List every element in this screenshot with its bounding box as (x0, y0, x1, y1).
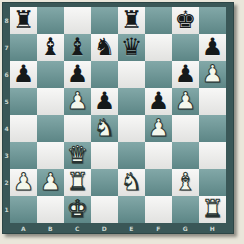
square-f3[interactable] (145, 142, 172, 169)
square-e4[interactable] (118, 115, 145, 142)
square-d5[interactable]: ♟ (91, 88, 118, 115)
piece-black-pawn[interactable]: ♟ (199, 34, 226, 61)
piece-black-bishop[interactable]: ♝ (64, 34, 91, 61)
square-b8[interactable] (37, 7, 64, 34)
square-e8[interactable]: ♜ (118, 7, 145, 34)
square-d6[interactable] (91, 61, 118, 88)
square-a7[interactable] (10, 34, 37, 61)
file-label-h: H (199, 224, 226, 234)
square-h5[interactable] (199, 88, 226, 115)
piece-white-pawn[interactable]: ♟ (10, 169, 37, 196)
file-label-f: F (145, 224, 172, 234)
square-e1[interactable] (118, 196, 145, 223)
square-b5[interactable] (37, 88, 64, 115)
square-g6[interactable]: ♟ (172, 61, 199, 88)
piece-white-rook[interactable]: ♜ (64, 169, 91, 196)
piece-black-rook[interactable]: ♜ (10, 7, 37, 34)
square-d8[interactable] (91, 7, 118, 34)
square-d1[interactable] (91, 196, 118, 223)
file-label-g: G (172, 224, 199, 234)
square-a2[interactable]: ♟ (10, 169, 37, 196)
rank-label-6: 6 (3, 61, 10, 88)
piece-white-pawn[interactable]: ♟ (199, 61, 226, 88)
board-grid: ♜♜♚♝♝♞♛♟♟♟♟♟♟♟♟♟♞♟♛♟♟♜♞♝♚♜ (10, 7, 226, 223)
square-g8[interactable]: ♚ (172, 7, 199, 34)
square-e2[interactable]: ♞ (118, 169, 145, 196)
square-h2[interactable] (199, 169, 226, 196)
square-f4[interactable]: ♟ (145, 115, 172, 142)
rank-label-7: 7 (3, 34, 10, 61)
square-c3[interactable]: ♛ (64, 142, 91, 169)
square-f5[interactable]: ♟ (145, 88, 172, 115)
square-c5[interactable]: ♟ (64, 88, 91, 115)
rank-label-1: 1 (3, 196, 10, 223)
square-f1[interactable] (145, 196, 172, 223)
square-c2[interactable]: ♜ (64, 169, 91, 196)
square-b1[interactable] (37, 196, 64, 223)
square-b3[interactable] (37, 142, 64, 169)
square-a8[interactable]: ♜ (10, 7, 37, 34)
piece-white-queen[interactable]: ♛ (64, 142, 91, 169)
square-d7[interactable]: ♞ (91, 34, 118, 61)
piece-black-knight[interactable]: ♞ (91, 34, 118, 61)
square-c6[interactable]: ♟ (64, 61, 91, 88)
rank-label-8: 8 (3, 7, 10, 34)
square-a5[interactable] (10, 88, 37, 115)
square-c1[interactable]: ♚ (64, 196, 91, 223)
piece-black-pawn[interactable]: ♟ (172, 61, 199, 88)
piece-black-queen[interactable]: ♛ (118, 34, 145, 61)
square-a3[interactable] (10, 142, 37, 169)
file-label-d: D (91, 224, 118, 234)
piece-white-knight[interactable]: ♞ (118, 169, 145, 196)
square-c7[interactable]: ♝ (64, 34, 91, 61)
square-b6[interactable] (37, 61, 64, 88)
square-d2[interactable] (91, 169, 118, 196)
square-g3[interactable] (172, 142, 199, 169)
piece-black-pawn[interactable]: ♟ (10, 61, 37, 88)
piece-white-king[interactable]: ♚ (64, 196, 91, 223)
rank-label-5: 5 (3, 88, 10, 115)
square-g5[interactable]: ♟ (172, 88, 199, 115)
piece-black-pawn[interactable]: ♟ (145, 88, 172, 115)
square-g7[interactable] (172, 34, 199, 61)
square-a6[interactable]: ♟ (10, 61, 37, 88)
file-label-e: E (118, 224, 145, 234)
piece-black-pawn[interactable]: ♟ (64, 61, 91, 88)
square-e6[interactable] (118, 61, 145, 88)
square-h6[interactable]: ♟ (199, 61, 226, 88)
square-c4[interactable] (64, 115, 91, 142)
piece-white-knight[interactable]: ♞ (91, 115, 118, 142)
square-b2[interactable]: ♟ (37, 169, 64, 196)
piece-white-pawn[interactable]: ♟ (64, 88, 91, 115)
file-label-c: C (64, 224, 91, 234)
square-h7[interactable]: ♟ (199, 34, 226, 61)
file-label-a: A (10, 224, 37, 234)
file-label-b: B (37, 224, 64, 234)
square-h1[interactable]: ♜ (199, 196, 226, 223)
piece-black-rook[interactable]: ♜ (118, 7, 145, 34)
square-g1[interactable] (172, 196, 199, 223)
square-c8[interactable] (64, 7, 91, 34)
square-b7[interactable]: ♝ (37, 34, 64, 61)
square-f7[interactable] (145, 34, 172, 61)
square-e5[interactable] (118, 88, 145, 115)
rank-label-2: 2 (3, 169, 10, 196)
piece-white-pawn[interactable]: ♟ (172, 88, 199, 115)
square-h4[interactable] (199, 115, 226, 142)
square-a4[interactable] (10, 115, 37, 142)
square-h3[interactable] (199, 142, 226, 169)
page-background: { "game": "chess", "view": "white-side",… (0, 0, 244, 244)
square-a1[interactable] (10, 196, 37, 223)
square-h8[interactable] (199, 7, 226, 34)
square-f2[interactable] (145, 169, 172, 196)
piece-black-king[interactable]: ♚ (172, 7, 199, 34)
piece-white-pawn[interactable]: ♟ (37, 169, 64, 196)
rank-label-4: 4 (3, 115, 10, 142)
square-b4[interactable] (37, 115, 64, 142)
square-d3[interactable] (91, 142, 118, 169)
square-f6[interactable] (145, 61, 172, 88)
square-f8[interactable] (145, 7, 172, 34)
piece-white-pawn[interactable]: ♟ (145, 115, 172, 142)
piece-black-bishop[interactable]: ♝ (37, 34, 64, 61)
square-e3[interactable] (118, 142, 145, 169)
piece-black-pawn[interactable]: ♟ (91, 88, 118, 115)
square-d4[interactable]: ♞ (91, 115, 118, 142)
square-e7[interactable]: ♛ (118, 34, 145, 61)
square-g4[interactable] (172, 115, 199, 142)
rank-label-3: 3 (3, 142, 10, 169)
square-g2[interactable]: ♝ (172, 169, 199, 196)
piece-white-bishop[interactable]: ♝ (172, 169, 199, 196)
chess-board: 87654321 ABCDEFGH ♜♜♚♝♝♞♛♟♟♟♟♟♟♟♟♟♞♟♛♟♟♜… (2, 2, 234, 234)
piece-white-rook[interactable]: ♜ (199, 196, 226, 223)
